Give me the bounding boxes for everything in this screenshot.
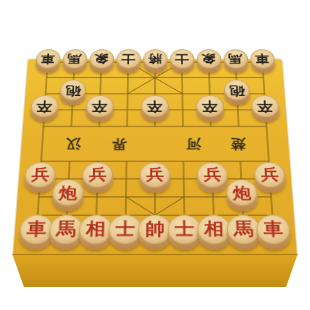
black-general: 將 (143, 49, 167, 73)
piece-character: 卒 (202, 100, 218, 113)
piece-top: 將 (143, 49, 167, 68)
black-advisor: 士 (170, 49, 195, 73)
red-cannon: 炮 (51, 179, 84, 211)
board-front-edge (10, 254, 300, 287)
river-character: 河 (183, 135, 204, 152)
red-soldier: 兵 (24, 162, 56, 193)
piece-top: 車 (35, 49, 60, 68)
piece-character: 士 (121, 53, 135, 64)
piece-character: 兵 (146, 167, 164, 182)
xiangqi-board: 汉界河楚 車馬象士將士象馬車砲砲卒卒卒卒卒兵兵兵兵兵炮炮車馬相士帥士相馬車 (13, 59, 297, 256)
piece-top: 卒 (86, 95, 114, 117)
piece-character: 將 (148, 53, 162, 64)
piece-character: 象 (201, 53, 215, 64)
river-character: 汉 (62, 135, 83, 152)
piece-character: 炮 (59, 185, 78, 201)
piece-character: 士 (115, 221, 135, 238)
black-soldier: 卒 (30, 95, 59, 122)
black-soldier: 卒 (251, 95, 280, 122)
piece-character: 砲 (65, 84, 81, 96)
black-soldier: 卒 (196, 95, 224, 122)
piece-top: 馬 (62, 49, 87, 68)
piece-character: 馬 (228, 53, 243, 64)
piece-character: 兵 (203, 167, 221, 182)
red-soldier: 兵 (82, 162, 113, 193)
grid-line (36, 62, 47, 234)
piece-character: 兵 (260, 167, 279, 182)
black-advisor: 士 (116, 49, 141, 73)
piece-character: 馬 (56, 221, 76, 238)
piece-top: 車 (250, 49, 275, 68)
piece-character: 馬 (234, 221, 254, 238)
piece-character: 卒 (147, 100, 163, 113)
piece-character: 卒 (36, 100, 53, 113)
piece-character: 相 (204, 221, 224, 238)
piece-top: 卒 (251, 95, 279, 117)
piece-character: 車 (263, 221, 284, 238)
piece-character: 車 (26, 221, 47, 238)
piece-top: 象 (89, 49, 114, 68)
red-chariot: 車 (256, 215, 292, 250)
black-elephant: 象 (89, 49, 114, 73)
river-character: 楚 (228, 135, 250, 152)
piece-character: 帥 (145, 221, 165, 238)
red-soldier: 兵 (197, 162, 228, 193)
piece-character: 砲 (229, 84, 245, 96)
red-soldier: 兵 (254, 162, 286, 193)
river-character: 界 (109, 135, 130, 152)
piece-character: 炮 (232, 185, 251, 201)
piece-character: 馬 (67, 53, 82, 64)
piece-top: 卒 (141, 95, 168, 117)
piece-character: 士 (175, 53, 189, 64)
piece-top: 兵 (254, 162, 286, 188)
grid-line (262, 62, 273, 234)
red-soldier: 兵 (140, 162, 171, 193)
black-soldier: 卒 (86, 95, 114, 122)
black-cannon: 砲 (59, 79, 86, 105)
black-horse: 馬 (223, 49, 248, 73)
red-cannon: 炮 (226, 179, 259, 211)
piece-character: 士 (175, 221, 195, 238)
black-chariot: 車 (35, 49, 61, 73)
piece-character: 兵 (31, 167, 50, 182)
piece-character: 相 (86, 221, 106, 238)
piece-top: 象 (196, 49, 221, 68)
black-elephant: 象 (196, 49, 221, 73)
piece-character: 車 (255, 53, 270, 64)
piece-character: 車 (40, 53, 55, 64)
piece-top: 卒 (196, 95, 224, 117)
black-chariot: 車 (250, 49, 276, 73)
piece-character: 卒 (257, 100, 274, 113)
piece-top: 士 (170, 49, 194, 68)
piece-character: 象 (94, 53, 108, 64)
black-horse: 馬 (62, 49, 87, 73)
piece-top: 兵 (140, 162, 171, 188)
xiangqi-set-photo: 汉界河楚 車馬象士將士象馬車砲砲卒卒卒卒卒兵兵兵兵兵炮炮車馬相士帥士相馬車 (0, 0, 310, 310)
piece-top: 馬 (223, 49, 248, 68)
piece-top: 士 (116, 49, 140, 68)
piece-top: 兵 (197, 162, 228, 188)
piece-character: 兵 (89, 167, 107, 182)
piece-character: 卒 (92, 100, 108, 113)
black-cannon: 砲 (223, 79, 250, 105)
black-soldier: 卒 (141, 95, 168, 122)
